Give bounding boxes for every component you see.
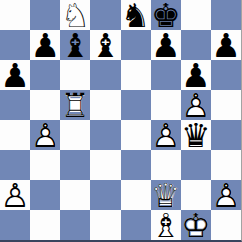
square-g7[interactable] [181, 30, 211, 60]
black-bishop-glyph: ♝ [60, 30, 90, 60]
piece-white-pawn[interactable]: ♟♙ [211, 180, 241, 210]
square-h5[interactable] [211, 90, 241, 120]
piece-white-pawn[interactable]: ♟♙ [181, 90, 211, 120]
square-d8[interactable] [90, 0, 120, 30]
square-a1[interactable] [0, 210, 30, 240]
square-e5[interactable] [121, 90, 151, 120]
square-d1[interactable] [90, 210, 120, 240]
piece-white-king[interactable]: ♚♔ [181, 210, 211, 240]
square-f5[interactable] [151, 90, 181, 120]
piece-black-queen[interactable]: ♛ [181, 120, 211, 150]
square-h3[interactable] [211, 150, 241, 180]
square-a8[interactable] [0, 0, 30, 30]
piece-black-king[interactable]: ♚ [151, 0, 181, 30]
square-b3[interactable] [30, 150, 60, 180]
white-king-outline-glyph: ♔ [181, 210, 211, 240]
white-knight-outline-glyph: ♘ [60, 0, 90, 30]
square-c5[interactable]: ♜♖ [60, 90, 90, 120]
piece-white-knight[interactable]: ♞♘ [60, 0, 90, 30]
square-c6[interactable] [60, 60, 90, 90]
piece-black-pawn[interactable]: ♟ [181, 60, 211, 90]
square-b5[interactable] [30, 90, 60, 120]
square-d3[interactable] [90, 150, 120, 180]
square-d6[interactable] [90, 60, 120, 90]
piece-black-pawn[interactable]: ♟ [211, 30, 241, 60]
black-pawn-glyph: ♟ [181, 60, 211, 90]
square-f1[interactable]: ♝♗ [151, 210, 181, 240]
square-a5[interactable] [0, 90, 30, 120]
black-pawn-glyph: ♟ [211, 30, 241, 60]
square-f4[interactable]: ♟♙ [151, 120, 181, 150]
square-e7[interactable] [121, 30, 151, 60]
square-e1[interactable] [121, 210, 151, 240]
black-king-glyph: ♚ [151, 0, 181, 30]
white-bishop-outline-glyph: ♗ [151, 210, 181, 240]
square-d2[interactable] [90, 180, 120, 210]
square-d7[interactable]: ♝ [90, 30, 120, 60]
square-f2[interactable]: ♛♕ [151, 180, 181, 210]
square-e2[interactable] [121, 180, 151, 210]
square-g6[interactable]: ♟ [181, 60, 211, 90]
square-a6[interactable]: ♟ [0, 60, 30, 90]
piece-black-bishop[interactable]: ♝ [60, 30, 90, 60]
white-pawn-outline-glyph: ♙ [211, 180, 241, 210]
square-h2[interactable]: ♟♙ [211, 180, 241, 210]
square-g5[interactable]: ♟♙ [181, 90, 211, 120]
square-a4[interactable] [0, 120, 30, 150]
square-e6[interactable] [121, 60, 151, 90]
square-b1[interactable] [30, 210, 60, 240]
piece-black-bishop[interactable]: ♝ [90, 30, 120, 60]
piece-white-bishop[interactable]: ♝♗ [151, 210, 181, 240]
square-b6[interactable] [30, 60, 60, 90]
black-queen-glyph: ♛ [181, 120, 211, 150]
square-c1[interactable] [60, 210, 90, 240]
square-h1[interactable] [211, 210, 241, 240]
black-pawn-glyph: ♟ [151, 30, 181, 60]
square-g4[interactable]: ♛ [181, 120, 211, 150]
square-h6[interactable] [211, 60, 241, 90]
square-f3[interactable] [151, 150, 181, 180]
square-b8[interactable] [30, 0, 60, 30]
square-g1[interactable]: ♚♔ [181, 210, 211, 240]
piece-black-pawn[interactable]: ♟ [30, 30, 60, 60]
square-c4[interactable] [60, 120, 90, 150]
piece-black-pawn[interactable]: ♟ [151, 30, 181, 60]
square-f7[interactable]: ♟ [151, 30, 181, 60]
piece-black-knight[interactable]: ♞ [121, 0, 151, 30]
square-c7[interactable]: ♝ [60, 30, 90, 60]
square-d4[interactable] [90, 120, 120, 150]
square-a3[interactable] [0, 150, 30, 180]
square-e4[interactable] [121, 120, 151, 150]
square-d5[interactable] [90, 90, 120, 120]
white-pawn-outline-glyph: ♙ [0, 180, 30, 210]
white-pawn-outline-glyph: ♙ [30, 120, 60, 150]
square-b2[interactable] [30, 180, 60, 210]
black-pawn-glyph: ♟ [0, 60, 30, 90]
square-h7[interactable]: ♟ [211, 30, 241, 60]
square-g3[interactable] [181, 150, 211, 180]
piece-black-pawn[interactable]: ♟ [0, 60, 30, 90]
square-c8[interactable]: ♞♘ [60, 0, 90, 30]
piece-white-rook[interactable]: ♜♖ [60, 90, 90, 120]
square-h8[interactable] [211, 0, 241, 30]
square-c3[interactable] [60, 150, 90, 180]
square-e3[interactable] [121, 150, 151, 180]
white-pawn-outline-glyph: ♙ [181, 90, 211, 120]
white-queen-outline-glyph: ♕ [151, 180, 181, 210]
black-bishop-glyph: ♝ [90, 30, 120, 60]
square-a2[interactable]: ♟♙ [0, 180, 30, 210]
black-pawn-glyph: ♟ [30, 30, 60, 60]
chess-board: ♞♘♞♚♟♝♝♟♟♟♟♜♖♟♙♟♙♟♙♛♟♙♛♕♟♙♝♗♚♔ [0, 0, 242, 242]
square-g8[interactable] [181, 0, 211, 30]
chess-board-grid: ♞♘♞♚♟♝♝♟♟♟♟♜♖♟♙♟♙♟♙♛♟♙♛♕♟♙♝♗♚♔ [0, 0, 241, 240]
white-pawn-outline-glyph: ♙ [151, 120, 181, 150]
square-e8[interactable]: ♞ [121, 0, 151, 30]
piece-white-pawn[interactable]: ♟♙ [0, 180, 30, 210]
square-b7[interactable]: ♟ [30, 30, 60, 60]
piece-white-pawn[interactable]: ♟♙ [151, 120, 181, 150]
black-knight-glyph: ♞ [121, 0, 151, 30]
white-rook-outline-glyph: ♖ [60, 90, 90, 120]
square-h4[interactable] [211, 120, 241, 150]
square-f8[interactable]: ♚ [151, 0, 181, 30]
square-c2[interactable] [60, 180, 90, 210]
square-a7[interactable] [0, 30, 30, 60]
square-b4[interactable]: ♟♙ [30, 120, 60, 150]
piece-white-pawn[interactable]: ♟♙ [30, 120, 60, 150]
square-f6[interactable] [151, 60, 181, 90]
square-g2[interactable] [181, 180, 211, 210]
piece-white-queen[interactable]: ♛♕ [151, 180, 181, 210]
